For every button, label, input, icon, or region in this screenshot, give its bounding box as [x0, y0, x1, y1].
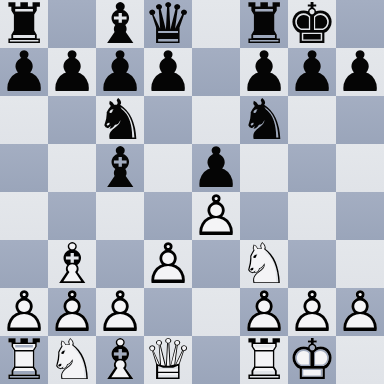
- square-c1[interactable]: ♝♗: [96, 336, 144, 384]
- white-pawn-icon[interactable]: ♟♙: [143, 236, 193, 292]
- square-g6[interactable]: [288, 96, 336, 144]
- square-d7[interactable]: ♟: [144, 48, 192, 96]
- black-pawn-icon[interactable]: ♟: [143, 44, 193, 100]
- piece-outline: ♖: [0, 332, 49, 384]
- square-b5[interactable]: [48, 144, 96, 192]
- square-g5[interactable]: [288, 144, 336, 192]
- piece-body: ♟: [335, 44, 384, 100]
- square-c4[interactable]: [96, 192, 144, 240]
- square-e3[interactable]: [192, 240, 240, 288]
- white-bishop-icon[interactable]: ♝♗: [95, 332, 145, 384]
- square-e7[interactable]: [192, 48, 240, 96]
- piece-outline: ♔: [287, 332, 337, 384]
- square-a7[interactable]: ♟: [0, 48, 48, 96]
- square-e4[interactable]: ♟♙: [192, 192, 240, 240]
- square-a6[interactable]: [0, 96, 48, 144]
- black-pawn-icon[interactable]: ♟: [47, 44, 97, 100]
- white-queen-icon[interactable]: ♛♕: [143, 332, 193, 384]
- black-pawn-icon[interactable]: ♟: [287, 44, 337, 100]
- white-king-icon[interactable]: ♚♔: [287, 332, 337, 384]
- piece-body: ♝: [95, 140, 145, 196]
- black-knight-icon[interactable]: ♞: [239, 92, 289, 148]
- black-bishop-icon[interactable]: ♝: [95, 140, 145, 196]
- piece-outline: ♙: [335, 284, 384, 340]
- square-b1[interactable]: ♞♘: [48, 336, 96, 384]
- square-a5[interactable]: [0, 144, 48, 192]
- square-c5[interactable]: ♝: [96, 144, 144, 192]
- square-f6[interactable]: ♞: [240, 96, 288, 144]
- square-e8[interactable]: [192, 0, 240, 48]
- white-pawn-icon[interactable]: ♟♙: [335, 284, 384, 340]
- square-h4[interactable]: [336, 192, 384, 240]
- square-f5[interactable]: [240, 144, 288, 192]
- square-f1[interactable]: ♜♖: [240, 336, 288, 384]
- white-pawn-icon[interactable]: ♟♙: [191, 188, 241, 244]
- square-d5[interactable]: [144, 144, 192, 192]
- piece-outline: ♖: [239, 332, 289, 384]
- square-g4[interactable]: [288, 192, 336, 240]
- piece-body: ♟: [143, 44, 193, 100]
- square-e2[interactable]: [192, 288, 240, 336]
- square-h6[interactable]: [336, 96, 384, 144]
- piece-outline: ♕: [143, 332, 193, 384]
- piece-body: ♟: [0, 44, 49, 100]
- square-h1[interactable]: [336, 336, 384, 384]
- piece-outline: ♗: [95, 332, 145, 384]
- square-a1[interactable]: ♜♖: [0, 336, 48, 384]
- piece-body: ♟: [47, 44, 97, 100]
- square-h2[interactable]: ♟♙: [336, 288, 384, 336]
- piece-outline: ♘: [47, 332, 97, 384]
- square-e1[interactable]: [192, 336, 240, 384]
- square-g7[interactable]: ♟: [288, 48, 336, 96]
- square-h7[interactable]: ♟: [336, 48, 384, 96]
- black-pawn-icon[interactable]: ♟: [335, 44, 384, 100]
- square-b7[interactable]: ♟: [48, 48, 96, 96]
- chess-board: ♜♝♛♜♚♟♟♟♟♟♟♟♞♞♝♟♟♙♝♗♟♙♞♘♟♙♟♙♟♙♟♙♟♙♟♙♜♖♞♘…: [0, 0, 384, 384]
- square-d3[interactable]: ♟♙: [144, 240, 192, 288]
- piece-body: ♞: [239, 92, 289, 148]
- white-knight-icon[interactable]: ♞♘: [47, 332, 97, 384]
- piece-body: ♟: [287, 44, 337, 100]
- white-rook-icon[interactable]: ♜♖: [239, 332, 289, 384]
- square-d1[interactable]: ♛♕: [144, 336, 192, 384]
- white-rook-icon[interactable]: ♜♖: [0, 332, 49, 384]
- black-pawn-icon[interactable]: ♟: [0, 44, 49, 100]
- square-d6[interactable]: [144, 96, 192, 144]
- piece-outline: ♙: [143, 236, 193, 292]
- square-g1[interactable]: ♚♔: [288, 336, 336, 384]
- square-h5[interactable]: [336, 144, 384, 192]
- piece-outline: ♙: [191, 188, 241, 244]
- square-b6[interactable]: [48, 96, 96, 144]
- square-a4[interactable]: [0, 192, 48, 240]
